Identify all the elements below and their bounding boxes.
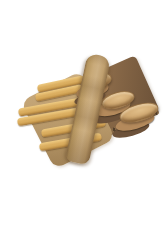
product-photo: Angled overhead product shot of six smal… [0,0,167,250]
